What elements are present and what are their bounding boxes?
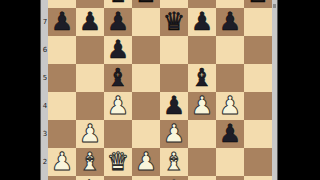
piece-white-bishop[interactable]: ♝ [163, 148, 185, 176]
square-e5[interactable] [160, 64, 188, 92]
piece-black-pawn[interactable]: ♟ [219, 8, 241, 36]
square-b6[interactable] [76, 36, 104, 64]
square-a7[interactable]: ♟ [48, 8, 76, 36]
square-c4[interactable]: ♟ [104, 92, 132, 120]
piece-black-rook[interactable]: ♜ [135, 0, 157, 8]
square-b7[interactable]: ♟ [76, 8, 104, 36]
square-e6[interactable] [160, 36, 188, 64]
square-b4[interactable] [76, 92, 104, 120]
square-f5[interactable]: ♝ [188, 64, 216, 92]
square-c7[interactable]: ♟ [104, 8, 132, 36]
square-h3[interactable] [244, 120, 272, 148]
piece-white-pawn[interactable]: ♟ [163, 120, 185, 148]
square-f1[interactable] [188, 176, 216, 180]
square-b5[interactable] [76, 64, 104, 92]
square-a6[interactable] [48, 36, 76, 64]
square-g2[interactable] [216, 148, 244, 176]
piece-black-rook[interactable]: ♜ [247, 0, 269, 8]
square-c2[interactable]: ♛ [104, 148, 132, 176]
square-a5[interactable] [48, 64, 76, 92]
square-f6[interactable] [188, 36, 216, 64]
square-h1[interactable] [244, 176, 272, 180]
square-e7[interactable]: ♛ [160, 8, 188, 36]
square-f4[interactable]: ♟ [188, 92, 216, 120]
square-h2[interactable] [244, 148, 272, 176]
square-e2[interactable]: ♝ [160, 148, 188, 176]
square-a1[interactable] [48, 176, 76, 180]
piece-white-pawn[interactable]: ♟ [107, 92, 129, 120]
square-d5[interactable] [132, 64, 160, 92]
square-c6[interactable]: ♟ [104, 36, 132, 64]
right-frame-strip [272, 0, 278, 180]
square-e3[interactable]: ♟ [160, 120, 188, 148]
square-d4[interactable] [132, 92, 160, 120]
square-h4[interactable] [244, 92, 272, 120]
piece-black-pawn[interactable]: ♟ [107, 36, 129, 64]
square-d6[interactable] [132, 36, 160, 64]
piece-black-pawn[interactable]: ♟ [51, 8, 73, 36]
square-c5[interactable]: ♝ [104, 64, 132, 92]
square-h5[interactable] [244, 64, 272, 92]
square-f2[interactable] [188, 148, 216, 176]
piece-white-king[interactable]: ♚ [163, 176, 185, 180]
chess-board: ♚♜♜♟♟♟♛♟♟♟♝♝♟♟♟♟♟♟♟♟♝♛♟♝♞♚ [48, 0, 272, 180]
square-g4[interactable]: ♟ [216, 92, 244, 120]
square-a4[interactable] [48, 92, 76, 120]
square-g3[interactable]: ♟ [216, 120, 244, 148]
square-g6[interactable] [216, 36, 244, 64]
square-d1[interactable] [132, 176, 160, 180]
piece-black-bishop[interactable]: ♝ [107, 64, 129, 92]
piece-black-pawn[interactable]: ♟ [163, 92, 185, 120]
square-e1[interactable]: ♚ [160, 176, 188, 180]
piece-white-pawn[interactable]: ♟ [219, 92, 241, 120]
piece-white-bishop[interactable]: ♝ [79, 148, 101, 176]
piece-black-pawn[interactable]: ♟ [79, 8, 101, 36]
square-c1[interactable] [104, 176, 132, 180]
piece-black-pawn[interactable]: ♟ [107, 8, 129, 36]
square-b2[interactable]: ♝ [76, 148, 104, 176]
square-h8[interactable]: ♜ [244, 0, 272, 8]
square-h6[interactable] [244, 36, 272, 64]
square-e4[interactable]: ♟ [160, 92, 188, 120]
square-f3[interactable] [188, 120, 216, 148]
square-h7[interactable] [244, 8, 272, 36]
square-a2[interactable]: ♟ [48, 148, 76, 176]
square-d7[interactable] [132, 8, 160, 36]
square-f7[interactable]: ♟ [188, 8, 216, 36]
square-g5[interactable] [216, 64, 244, 92]
piece-white-pawn[interactable]: ♟ [191, 92, 213, 120]
square-a3[interactable] [48, 120, 76, 148]
square-b1[interactable]: ♞ [76, 176, 104, 180]
square-d3[interactable] [132, 120, 160, 148]
board-viewport: ♚♜♜♟♟♟♛♟♟♟♝♝♟♟♟♟♟♟♟♟♝♛♟♝♞♚ [48, 0, 272, 180]
chess-app-frame: 87654321 ♚♜♜♟♟♟♛♟♟♟♝♝♟♟♟♟♟♟♟♟♝♛♟♝♞♚ [0, 0, 320, 180]
square-c3[interactable] [104, 120, 132, 148]
square-d8[interactable]: ♜ [132, 0, 160, 8]
piece-white-queen[interactable]: ♛ [107, 148, 129, 176]
square-g1[interactable] [216, 176, 244, 180]
piece-white-pawn[interactable]: ♟ [135, 148, 157, 176]
piece-white-pawn[interactable]: ♟ [79, 120, 101, 148]
square-d2[interactable]: ♟ [132, 148, 160, 176]
piece-black-queen[interactable]: ♛ [163, 8, 185, 36]
piece-white-pawn[interactable]: ♟ [51, 148, 73, 176]
piece-black-bishop[interactable]: ♝ [191, 64, 213, 92]
piece-white-knight[interactable]: ♞ [79, 176, 101, 180]
piece-black-pawn[interactable]: ♟ [191, 8, 213, 36]
piece-black-pawn[interactable]: ♟ [219, 120, 241, 148]
square-g7[interactable]: ♟ [216, 8, 244, 36]
square-b3[interactable]: ♟ [76, 120, 104, 148]
frame-notch [273, 4, 276, 8]
